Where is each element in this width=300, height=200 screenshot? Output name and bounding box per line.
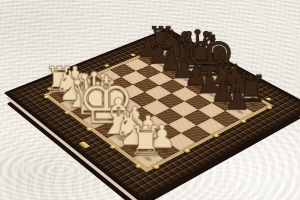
- board-scene: ♜♞♝♛♚♝♞♜♟♟♟♟♟♟♟♟♟♟♟♟♟♟♟♟♜♞♝♛♚♝♞♜: [0, 0, 300, 200]
- piece-white-rook: ♜: [113, 123, 178, 160]
- photo-backdrop: ♜♞♝♛♚♝♞♜♟♟♟♟♟♟♟♟♟♟♟♟♟♟♟♟♜♞♝♛♚♝♞♜: [0, 0, 300, 200]
- square-h1: ♜: [133, 149, 164, 168]
- brass-clasp: [78, 141, 90, 149]
- chess-board: ♜♞♝♛♚♝♞♜♟♟♟♟♟♟♟♟♟♟♟♟♟♟♟♟♜♞♝♛♚♝♞♜: [4, 28, 300, 200]
- piece-black-pawn: ♟: [208, 86, 267, 113]
